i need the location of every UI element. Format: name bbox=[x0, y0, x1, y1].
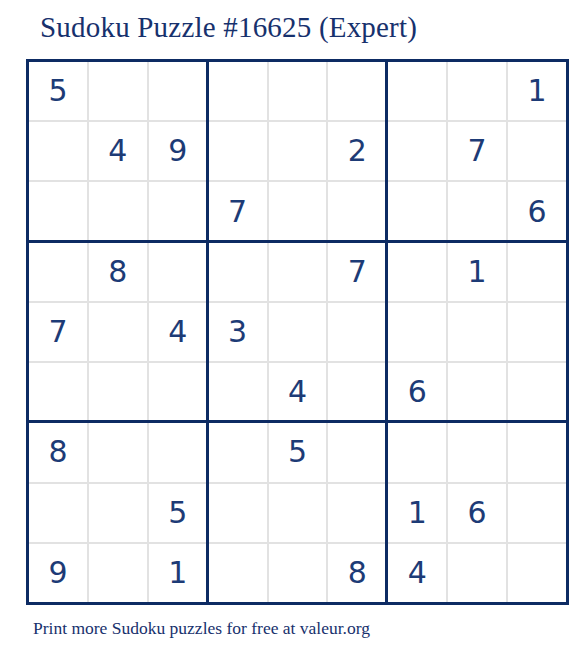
sudoku-cell[interactable] bbox=[508, 363, 566, 421]
sudoku-cell[interactable]: 9 bbox=[29, 544, 87, 602]
footer-text: Print more Sudoku puzzles for free at va… bbox=[33, 618, 370, 639]
sudoku-cell[interactable] bbox=[328, 423, 386, 481]
sudoku-cell[interactable] bbox=[328, 62, 386, 120]
sudoku-cell[interactable] bbox=[388, 243, 446, 301]
sudoku-cell[interactable]: 4 bbox=[269, 363, 327, 421]
sudoku-cell[interactable] bbox=[508, 423, 566, 481]
sudoku-cell[interactable] bbox=[328, 484, 386, 542]
sudoku-page: Sudoku Puzzle #16625 (Expert) 5149277687… bbox=[0, 0, 580, 651]
sudoku-cell[interactable] bbox=[209, 484, 267, 542]
sudoku-cell[interactable] bbox=[209, 62, 267, 120]
sudoku-cell[interactable] bbox=[448, 423, 506, 481]
sudoku-cell[interactable] bbox=[89, 303, 147, 361]
sudoku-cell[interactable] bbox=[149, 62, 207, 120]
sudoku-cell[interactable] bbox=[328, 363, 386, 421]
sudoku-cell[interactable] bbox=[149, 243, 207, 301]
sudoku-cell[interactable]: 6 bbox=[388, 363, 446, 421]
sudoku-cell[interactable] bbox=[89, 544, 147, 602]
sudoku-cell[interactable]: 4 bbox=[89, 122, 147, 180]
sudoku-cell[interactable]: 7 bbox=[209, 182, 267, 240]
sudoku-cell[interactable] bbox=[448, 62, 506, 120]
sudoku-cell[interactable]: 7 bbox=[328, 243, 386, 301]
sudoku-cell[interactable]: 6 bbox=[508, 182, 566, 240]
sudoku-cell[interactable]: 7 bbox=[29, 303, 87, 361]
sudoku-cell[interactable]: 8 bbox=[328, 544, 386, 602]
sudoku-cell[interactable] bbox=[89, 484, 147, 542]
sudoku-cell[interactable] bbox=[89, 423, 147, 481]
sudoku-cell[interactable] bbox=[508, 122, 566, 180]
sudoku-cell[interactable] bbox=[328, 303, 386, 361]
sudoku-cell[interactable] bbox=[149, 182, 207, 240]
sudoku-cell[interactable] bbox=[29, 363, 87, 421]
puzzle-title: Sudoku Puzzle #16625 (Expert) bbox=[40, 11, 417, 44]
sudoku-cell[interactable] bbox=[89, 182, 147, 240]
sudoku-cell[interactable] bbox=[448, 544, 506, 602]
sudoku-cell[interactable] bbox=[269, 62, 327, 120]
sudoku-cell[interactable] bbox=[209, 423, 267, 481]
sudoku-cell[interactable]: 8 bbox=[29, 423, 87, 481]
sudoku-cell[interactable] bbox=[388, 62, 446, 120]
sudoku-cell[interactable]: 4 bbox=[388, 544, 446, 602]
sudoku-cell[interactable] bbox=[448, 363, 506, 421]
sudoku-cell[interactable]: 8 bbox=[89, 243, 147, 301]
sudoku-cell[interactable]: 3 bbox=[209, 303, 267, 361]
sudoku-cell[interactable] bbox=[269, 243, 327, 301]
sudoku-cell[interactable] bbox=[388, 182, 446, 240]
sudoku-board: 5149277687174346855169184 bbox=[26, 59, 569, 605]
sudoku-cell[interactable] bbox=[328, 182, 386, 240]
sudoku-cell[interactable] bbox=[89, 363, 147, 421]
sudoku-cell[interactable] bbox=[29, 484, 87, 542]
sudoku-cell[interactable] bbox=[209, 363, 267, 421]
sudoku-cell[interactable] bbox=[269, 484, 327, 542]
sudoku-cell[interactable] bbox=[209, 122, 267, 180]
sudoku-cell[interactable]: 4 bbox=[149, 303, 207, 361]
sudoku-cell[interactable] bbox=[149, 363, 207, 421]
sudoku-grid: 5149277687174346855169184 bbox=[29, 62, 566, 602]
sudoku-cell[interactable] bbox=[209, 544, 267, 602]
sudoku-cell[interactable] bbox=[149, 423, 207, 481]
sudoku-cell[interactable]: 7 bbox=[448, 122, 506, 180]
sudoku-cell[interactable] bbox=[448, 303, 506, 361]
sudoku-cell[interactable] bbox=[388, 423, 446, 481]
sudoku-cell[interactable]: 6 bbox=[448, 484, 506, 542]
sudoku-cell[interactable] bbox=[388, 303, 446, 361]
sudoku-cell[interactable] bbox=[508, 243, 566, 301]
sudoku-cell[interactable]: 2 bbox=[328, 122, 386, 180]
sudoku-cell[interactable] bbox=[269, 122, 327, 180]
sudoku-cell[interactable] bbox=[269, 182, 327, 240]
sudoku-cell[interactable]: 5 bbox=[269, 423, 327, 481]
sudoku-cell[interactable] bbox=[508, 303, 566, 361]
sudoku-cell[interactable] bbox=[508, 484, 566, 542]
sudoku-cell[interactable]: 5 bbox=[29, 62, 87, 120]
sudoku-cell[interactable] bbox=[448, 182, 506, 240]
sudoku-cell[interactable] bbox=[269, 303, 327, 361]
sudoku-cell[interactable] bbox=[29, 243, 87, 301]
sudoku-cell[interactable] bbox=[29, 122, 87, 180]
sudoku-cell[interactable]: 1 bbox=[149, 544, 207, 602]
sudoku-cell[interactable]: 1 bbox=[448, 243, 506, 301]
sudoku-cell[interactable] bbox=[89, 62, 147, 120]
sudoku-cell[interactable]: 9 bbox=[149, 122, 207, 180]
sudoku-cell[interactable] bbox=[269, 544, 327, 602]
sudoku-cell[interactable]: 5 bbox=[149, 484, 207, 542]
sudoku-cell[interactable]: 1 bbox=[508, 62, 566, 120]
sudoku-cell[interactable]: 1 bbox=[388, 484, 446, 542]
sudoku-cell[interactable] bbox=[209, 243, 267, 301]
sudoku-cell[interactable] bbox=[388, 122, 446, 180]
sudoku-cell[interactable] bbox=[29, 182, 87, 240]
sudoku-cell[interactable] bbox=[508, 544, 566, 602]
